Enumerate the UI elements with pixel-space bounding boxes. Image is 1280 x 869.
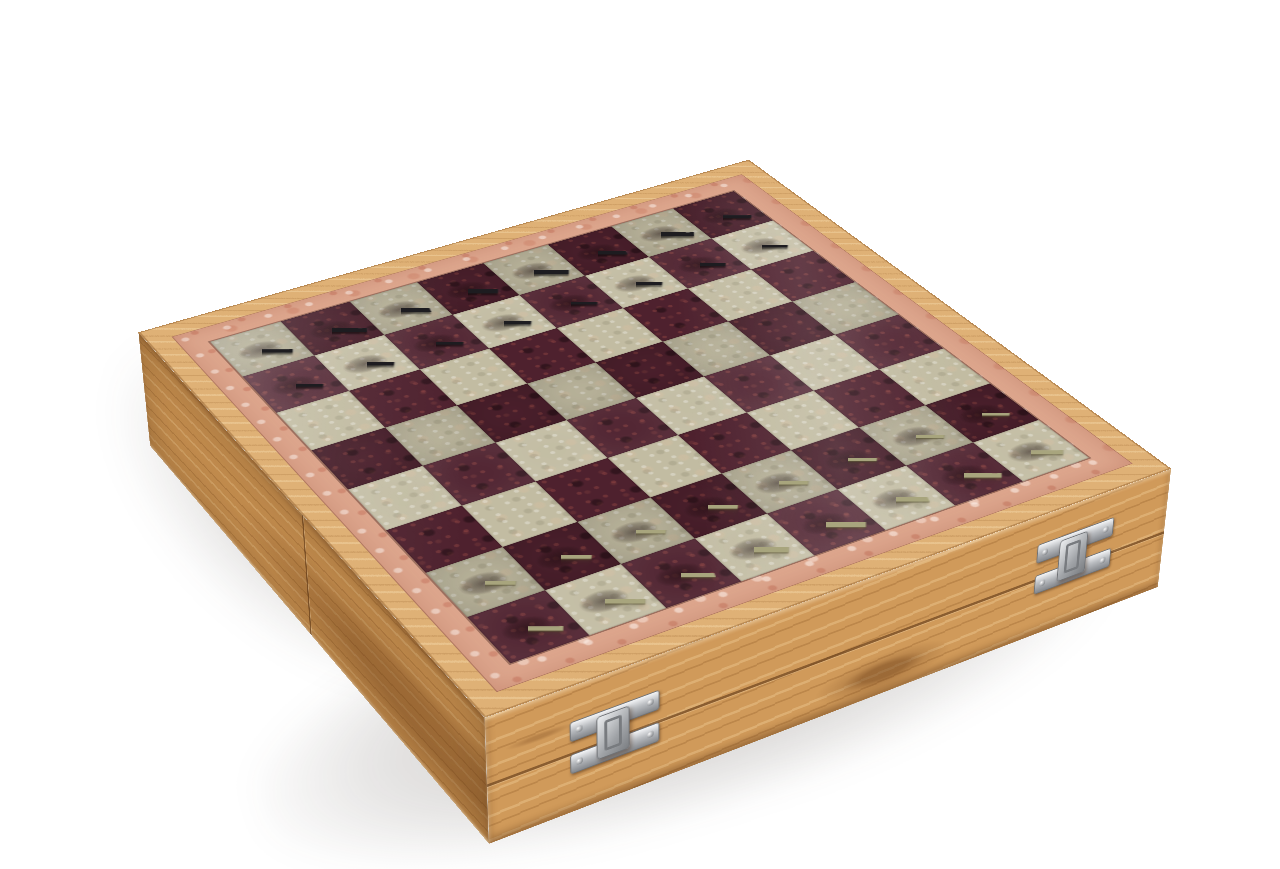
rook-glyph: ♜ xyxy=(472,496,583,655)
chess-box: ♜♞♝♛♚♝♞♜♟♟♟♟♟♟♟♟♟♟♟♟♟♟♟♟♜♞♝♛♚♝♞♜ xyxy=(138,160,1171,718)
lid-seam xyxy=(302,514,312,636)
latch-front-left xyxy=(569,689,659,776)
scene: ♜♞♝♛♚♝♞♜♟♟♟♟♟♟♟♟♟♟♟♟♟♟♟♟♜♞♝♛♚♝♞♜ xyxy=(0,0,1280,869)
latch-front-right xyxy=(1034,516,1115,596)
